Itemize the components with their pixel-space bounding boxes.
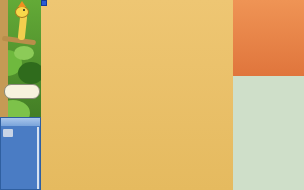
go-app-window [0, 0, 304, 190]
chat-window[interactable] [0, 117, 41, 190]
game-mode-button[interactable] [4, 84, 40, 99]
go-board[interactable] [41, 0, 233, 190]
chat-window-titlebar[interactable] [1, 118, 40, 126]
control-panel [233, 0, 304, 190]
sidebar-jungle [0, 0, 41, 190]
chat-scrollbar[interactable] [37, 127, 39, 189]
board-grid [41, 0, 233, 190]
giraffe-mascot-eye [23, 9, 25, 11]
foliage-blob [14, 46, 34, 60]
chat-window-control[interactable] [3, 129, 13, 137]
panel-top-section [233, 0, 304, 76]
giraffe-mascot-crown [18, 1, 26, 7]
last-move-marker [41, 0, 47, 6]
foliage-blob [18, 62, 41, 84]
giraffe-mascot-head [15, 6, 29, 18]
